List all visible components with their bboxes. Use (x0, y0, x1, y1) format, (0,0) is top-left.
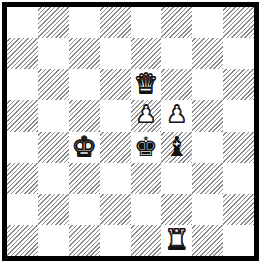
white-king-c4: ♚ (72, 133, 96, 160)
white-pawn-f5: ♟ (167, 103, 188, 126)
square-c1 (69, 225, 100, 256)
square-d7 (100, 38, 131, 69)
square-b8 (38, 7, 69, 38)
square-e4: ♚ (131, 132, 162, 163)
square-b5 (38, 100, 69, 131)
square-c7 (69, 38, 100, 69)
white-pawn-e5: ♟ (136, 103, 157, 126)
square-a1 (7, 225, 38, 256)
square-g4 (192, 132, 223, 163)
square-g2 (192, 194, 223, 225)
square-d1 (100, 225, 131, 256)
square-h8 (223, 7, 254, 38)
square-f2 (161, 194, 192, 225)
square-e3 (131, 163, 162, 194)
square-e5: ♟ (131, 100, 162, 131)
square-c2 (69, 194, 100, 225)
square-a3 (7, 163, 38, 194)
square-a4 (7, 132, 38, 163)
square-d5 (100, 100, 131, 131)
square-d2 (100, 194, 131, 225)
square-b7 (38, 38, 69, 69)
square-h3 (223, 163, 254, 194)
chess-diagram: ♛♟♟♚♚♝♜ (2, 2, 259, 261)
square-g1 (192, 225, 223, 256)
square-c8 (69, 7, 100, 38)
square-h6 (223, 69, 254, 100)
square-e8 (131, 7, 162, 38)
square-g5 (192, 100, 223, 131)
square-d3 (100, 163, 131, 194)
square-g3 (192, 163, 223, 194)
square-f5: ♟ (161, 100, 192, 131)
square-c5 (69, 100, 100, 131)
square-b4 (38, 132, 69, 163)
white-rook-f1: ♜ (165, 226, 189, 253)
square-h1 (223, 225, 254, 256)
square-f6 (161, 69, 192, 100)
square-b3 (38, 163, 69, 194)
square-e2 (131, 194, 162, 225)
square-a5 (7, 100, 38, 131)
square-b2 (38, 194, 69, 225)
square-h2 (223, 194, 254, 225)
square-e7 (131, 38, 162, 69)
square-c3 (69, 163, 100, 194)
square-f7 (161, 38, 192, 69)
square-h5 (223, 100, 254, 131)
square-f1: ♜ (161, 225, 192, 256)
square-c4: ♚ (69, 132, 100, 163)
square-c6 (69, 69, 100, 100)
square-f4: ♝ (161, 132, 192, 163)
square-e1 (131, 225, 162, 256)
square-f3 (161, 163, 192, 194)
square-a2 (7, 194, 38, 225)
black-bishop-f4: ♝ (165, 133, 189, 160)
square-a8 (7, 7, 38, 38)
square-b6 (38, 69, 69, 100)
square-g6 (192, 69, 223, 100)
square-h4 (223, 132, 254, 163)
square-d8 (100, 7, 131, 38)
square-g8 (192, 7, 223, 38)
chess-board: ♛♟♟♚♚♝♜ (7, 7, 254, 256)
square-a7 (7, 38, 38, 69)
square-e6: ♛ (131, 69, 162, 100)
square-d6 (100, 69, 131, 100)
white-queen-e6: ♛ (134, 70, 158, 97)
square-a6 (7, 69, 38, 100)
black-king-e4: ♚ (134, 133, 158, 160)
square-b1 (38, 225, 69, 256)
square-d4 (100, 132, 131, 163)
square-g7 (192, 38, 223, 69)
square-f8 (161, 7, 192, 38)
square-h7 (223, 38, 254, 69)
